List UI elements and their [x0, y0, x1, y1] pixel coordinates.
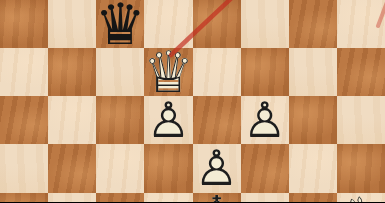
square-g7[interactable]	[289, 48, 337, 96]
square-b7[interactable]	[48, 48, 96, 96]
square-e4[interactable]: ♚♔	[193, 193, 241, 203]
square-a6[interactable]	[0, 96, 48, 144]
square-a8[interactable]	[0, 0, 48, 48]
square-a7[interactable]	[0, 48, 48, 96]
square-c5[interactable]	[96, 144, 144, 192]
king-outline-glyph: ♔	[193, 193, 241, 203]
square-h7[interactable]	[337, 48, 385, 96]
square-f6[interactable]: ♟♙	[241, 96, 289, 144]
square-b8[interactable]	[48, 0, 96, 48]
square-f5[interactable]	[241, 144, 289, 192]
square-c8[interactable]: ♛	[96, 0, 144, 48]
square-g4[interactable]	[289, 193, 337, 203]
square-a4[interactable]	[0, 193, 48, 203]
piece-black-queen[interactable]: ♛	[96, 0, 144, 48]
queen-solid-glyph: ♛	[96, 0, 144, 48]
square-c7[interactable]	[96, 48, 144, 96]
square-g6[interactable]	[289, 96, 337, 144]
square-a5[interactable]	[0, 144, 48, 192]
knight-outline-glyph: ♘	[337, 193, 385, 203]
chess-board[interactable]: ♛♛♕♟♙♟♙♟♙♚♔♞♘	[0, 0, 385, 202]
queen-outline-glyph: ♕	[144, 48, 192, 96]
piece-white-knight[interactable]: ♞♘	[337, 193, 385, 203]
square-e6[interactable]	[193, 96, 241, 144]
board-viewport: ♛♛♕♟♙♟♙♟♙♚♔♞♘	[0, 0, 385, 202]
square-d5[interactable]	[144, 144, 192, 192]
piece-white-queen[interactable]: ♛♕	[144, 48, 192, 96]
square-e7[interactable]	[193, 48, 241, 96]
square-d7[interactable]: ♛♕	[144, 48, 192, 96]
pawn-outline-glyph: ♙	[144, 96, 192, 144]
square-b5[interactable]	[48, 144, 96, 192]
square-h8[interactable]	[337, 0, 385, 48]
square-f4[interactable]	[241, 193, 289, 203]
pawn-outline-glyph: ♙	[241, 96, 289, 144]
square-c6[interactable]	[96, 96, 144, 144]
piece-white-king[interactable]: ♚♔	[193, 193, 241, 203]
square-b4[interactable]	[48, 193, 96, 203]
square-g8[interactable]	[289, 0, 337, 48]
square-e8[interactable]	[193, 0, 241, 48]
piece-white-pawn[interactable]: ♟♙	[241, 96, 289, 144]
square-b6[interactable]	[48, 96, 96, 144]
square-d4[interactable]	[144, 193, 192, 203]
square-f8[interactable]	[241, 0, 289, 48]
square-c4[interactable]	[96, 193, 144, 203]
piece-white-pawn[interactable]: ♟♙	[144, 96, 192, 144]
square-h4[interactable]: ♞♘	[337, 193, 385, 203]
square-g5[interactable]	[289, 144, 337, 192]
square-f7[interactable]	[241, 48, 289, 96]
square-d6[interactable]: ♟♙	[144, 96, 192, 144]
square-h6[interactable]	[337, 96, 385, 144]
